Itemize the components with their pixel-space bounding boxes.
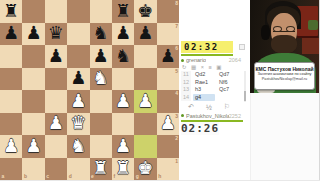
white-pawn: ♟ xyxy=(160,114,176,132)
square-c6[interactable]: ♟ xyxy=(45,45,67,68)
webcam-video: КМС Пастухов Николай Занятия шахматами п… xyxy=(250,0,320,93)
square-d2[interactable]: ♞ xyxy=(67,135,89,158)
square-f1[interactable]: ♜f xyxy=(112,158,134,181)
streamer-info-card: КМС Пастухов Николай Занятия шахматами п… xyxy=(254,62,315,90)
square-d6[interactable] xyxy=(67,45,89,68)
move-row: 12Rae1Nf6 xyxy=(181,78,243,86)
opponent-clock: 02:32 xyxy=(181,41,233,53)
move-black[interactable]: Qc7 xyxy=(217,86,239,93)
square-a5[interactable] xyxy=(0,68,22,91)
draw-offer-icon[interactable]: ½ xyxy=(206,104,212,111)
black-knight: ♞ xyxy=(115,47,131,65)
black-pawn: ♟ xyxy=(115,24,131,42)
file-label: e xyxy=(91,174,94,179)
move-number: 13 xyxy=(181,86,191,94)
move-black[interactable]: Nf6 xyxy=(217,78,239,85)
empty-panel xyxy=(250,93,320,180)
square-c8[interactable] xyxy=(45,0,67,23)
streamer-glasses xyxy=(273,26,295,32)
square-f7[interactable]: ♟ xyxy=(112,23,134,46)
rank-label: 2 xyxy=(175,136,178,141)
black-pawn: ♟ xyxy=(93,47,109,65)
player-clock: 02:26 xyxy=(181,122,219,135)
black-pawn: ♟ xyxy=(25,24,41,42)
move-number: 14 xyxy=(181,93,191,101)
streamer-beard xyxy=(271,35,297,54)
grid-icon[interactable]: ▣ xyxy=(216,64,221,70)
square-h8[interactable]: 8 xyxy=(157,0,179,23)
square-c7[interactable]: ♛ xyxy=(45,23,67,46)
square-b7[interactable]: ♟ xyxy=(22,23,44,46)
square-f8[interactable]: ♜ xyxy=(112,0,134,23)
board-icon[interactable]: ▦ xyxy=(191,64,196,70)
file-label: f xyxy=(113,174,115,179)
game-actions: ↶½⚐ xyxy=(188,103,230,112)
menu-icon[interactable]: ≡ xyxy=(209,64,212,70)
square-c3[interactable]: ♟ xyxy=(45,113,67,136)
square-d3[interactable]: ♛ xyxy=(67,113,89,136)
square-e7[interactable]: ♞ xyxy=(90,23,112,46)
takeback-icon[interactable]: ↶ xyxy=(188,103,194,111)
white-rook: ♜ xyxy=(93,159,109,177)
square-a3[interactable] xyxy=(0,113,22,136)
white-pawn: ♟ xyxy=(115,137,131,155)
square-c1[interactable]: c xyxy=(45,158,67,181)
player-rating: 2252 xyxy=(229,113,241,119)
rank-label: 6 xyxy=(175,46,178,51)
square-d1[interactable]: d xyxy=(67,158,89,181)
black-knight: ♞ xyxy=(93,24,109,42)
white-pawn: ♟ xyxy=(3,137,19,155)
square-a1[interactable]: a xyxy=(0,158,22,181)
square-g7[interactable]: ♟ xyxy=(134,23,156,46)
white-pawn: ♟ xyxy=(70,92,86,110)
white-knight: ♞ xyxy=(93,69,109,87)
square-e8[interactable] xyxy=(90,0,112,23)
square-b1[interactable]: b xyxy=(22,158,44,181)
file-label: d xyxy=(69,174,72,179)
white-queen: ♛ xyxy=(70,114,86,132)
square-g6[interactable] xyxy=(134,45,156,68)
game-panel: 02:32 grenario 2064 ↻▦×≡▣ 11Qd2Qd712Rae1… xyxy=(179,0,250,180)
square-a2[interactable]: ♟ xyxy=(0,135,22,158)
square-e5[interactable]: ♞ xyxy=(90,68,112,91)
move-number: 12 xyxy=(181,78,191,86)
black-pawn: ♟ xyxy=(137,24,153,42)
white-pawn: ♟ xyxy=(115,92,131,110)
white-king: ♚ xyxy=(137,159,153,177)
square-e1[interactable]: ♜e xyxy=(90,158,112,181)
square-h1[interactable]: h1 xyxy=(157,158,179,181)
opponent-rating: 2064 xyxy=(229,57,241,63)
square-d8[interactable] xyxy=(67,0,89,23)
square-h2[interactable]: 2 xyxy=(157,135,179,158)
white-pawn: ♟ xyxy=(25,137,41,155)
move-number: 11 xyxy=(181,71,191,79)
square-e3[interactable] xyxy=(90,113,112,136)
expand-icon[interactable] xyxy=(239,44,245,50)
move-list-toolbar: ↻▦×≡▣ xyxy=(182,63,221,70)
stream-frame: ♜♜♚8♟♟♛♞♟♟7♟♟♞♟6♟♞5♟♟♟4♟♛♟3♟♟♞♟2abcd♜e♜f… xyxy=(0,0,320,180)
square-h3[interactable]: ♟3 xyxy=(157,113,179,136)
black-king: ♚ xyxy=(137,2,153,20)
rank-label: 3 xyxy=(175,114,178,119)
file-label: c xyxy=(46,174,49,179)
move-row: 13h3Qc7 xyxy=(181,86,243,94)
square-f5[interactable] xyxy=(112,68,134,91)
resign-flag-icon[interactable]: ⚐ xyxy=(224,103,230,111)
move-list-scrollbar[interactable] xyxy=(244,71,246,102)
square-b2[interactable]: ♟ xyxy=(22,135,44,158)
background-object xyxy=(308,20,318,30)
square-d7[interactable] xyxy=(67,23,89,46)
square-h5[interactable]: 5 xyxy=(157,68,179,91)
move-white[interactable]: h3 xyxy=(193,86,215,93)
white-rook: ♜ xyxy=(115,159,131,177)
online-dot xyxy=(181,114,184,117)
square-e2[interactable] xyxy=(90,135,112,158)
square-g4[interactable]: ♟ xyxy=(134,90,156,113)
move-white[interactable]: Rae1 xyxy=(193,78,215,85)
square-f3[interactable] xyxy=(112,113,134,136)
player-row: Pastukhov_Nikolay 2252 xyxy=(181,113,241,119)
black-rook: ♜ xyxy=(115,2,131,20)
move-row: 11Qd2Qd7 xyxy=(181,71,243,79)
file-label: b xyxy=(24,174,27,179)
black-rook: ♜ xyxy=(3,2,19,20)
square-d5[interactable]: ♟ xyxy=(67,68,89,91)
square-g2[interactable] xyxy=(134,135,156,158)
rank-label: 5 xyxy=(175,69,178,74)
file-label: g xyxy=(136,174,139,179)
square-e4[interactable] xyxy=(90,90,112,113)
black-pawn: ♟ xyxy=(70,69,86,87)
glasses-lens xyxy=(286,26,295,32)
black-pawn: ♟ xyxy=(48,47,64,65)
square-g5[interactable] xyxy=(134,68,156,91)
square-g3[interactable] xyxy=(134,113,156,136)
square-e6[interactable]: ♟ xyxy=(90,45,112,68)
square-h4[interactable]: 4 xyxy=(157,90,179,113)
streamer-email: PastukhovNicolay@mail.ru xyxy=(255,77,314,82)
scrollbar-thumb[interactable] xyxy=(244,91,246,101)
white-knight: ♞ xyxy=(70,137,86,155)
file-label: h xyxy=(158,174,161,179)
opponent-time-bar xyxy=(181,54,233,56)
square-g8[interactable]: ♚ xyxy=(134,0,156,23)
square-c5[interactable] xyxy=(45,68,67,91)
rank-label: 1 xyxy=(175,159,178,164)
square-d4[interactable]: ♟ xyxy=(67,90,89,113)
close-icon[interactable]: × xyxy=(201,64,204,70)
move-white[interactable]: Qd2 xyxy=(193,71,215,78)
white-pawn: ♟ xyxy=(137,92,153,110)
move-white[interactable]: g4 xyxy=(193,94,215,101)
file-label: a xyxy=(2,174,5,179)
square-g1[interactable]: ♚g xyxy=(134,158,156,181)
square-c4[interactable] xyxy=(45,90,67,113)
square-b3[interactable] xyxy=(22,113,44,136)
black-queen: ♛ xyxy=(48,24,64,42)
square-a7[interactable]: ♟ xyxy=(0,23,22,46)
move-black[interactable]: Qd7 xyxy=(217,71,239,78)
square-c2[interactable] xyxy=(45,135,67,158)
square-b4[interactable] xyxy=(22,90,44,113)
black-pawn: ♟ xyxy=(160,47,176,65)
online-dot xyxy=(181,59,184,62)
chess-board[interactable]: ♜♜♚8♟♟♛♞♟♟7♟♟♞♟6♟♞5♟♟♟4♟♛♟3♟♟♞♟2abcd♜e♜f… xyxy=(0,0,179,180)
rank-label: 7 xyxy=(175,24,178,29)
square-f2[interactable]: ♟ xyxy=(112,135,134,158)
square-f4[interactable]: ♟ xyxy=(112,90,134,113)
square-h7[interactable]: 7 xyxy=(157,23,179,46)
player-name[interactable]: Pastukhov_Nikolay xyxy=(186,113,229,119)
square-h6[interactable]: ♟6 xyxy=(157,45,179,68)
white-pawn: ♟ xyxy=(48,114,64,132)
square-a8[interactable]: ♜ xyxy=(0,0,22,23)
black-pawn: ♟ xyxy=(3,24,19,42)
flip-board-icon[interactable]: ↻ xyxy=(182,64,187,70)
background-shelf xyxy=(302,38,320,54)
square-b5[interactable] xyxy=(22,68,44,91)
move-list: 11Qd2Qd712Rae1Nf613h3Qc714g4 xyxy=(181,71,243,101)
rank-label: 8 xyxy=(175,1,178,6)
rank-label: 4 xyxy=(175,91,178,96)
glasses-lens xyxy=(273,26,282,32)
move-row: 14g4 xyxy=(181,93,243,101)
square-a4[interactable] xyxy=(0,90,22,113)
square-b6[interactable] xyxy=(22,45,44,68)
square-b8[interactable] xyxy=(22,0,44,23)
headphone-earcup xyxy=(261,25,270,40)
square-a6[interactable] xyxy=(0,45,22,68)
square-f6[interactable]: ♞ xyxy=(112,45,134,68)
